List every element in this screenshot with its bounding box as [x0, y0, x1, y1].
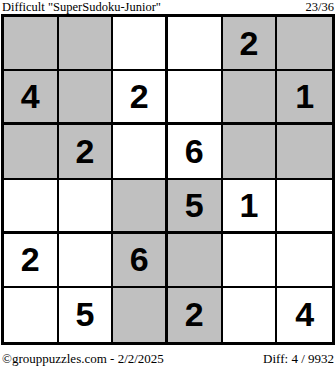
cell-r1c1[interactable] — [4, 17, 59, 71]
cell-r6c2[interactable]: 5 — [59, 288, 114, 342]
cell-r1c6[interactable] — [277, 17, 332, 71]
cell-r5c1[interactable]: 2 — [4, 234, 59, 288]
cell-r4c2[interactable] — [59, 180, 114, 234]
cell-r4c6[interactable] — [277, 180, 332, 234]
cell-r5c2[interactable] — [59, 234, 114, 288]
cell-r2c1[interactable]: 4 — [4, 71, 59, 125]
cell-r4c4[interactable]: 5 — [168, 180, 223, 234]
cell-r6c3[interactable] — [113, 288, 168, 342]
cell-r2c3[interactable]: 2 — [113, 71, 168, 125]
cell-r1c2[interactable] — [59, 17, 114, 71]
header: Difficult "SuperSudoku-Junior" 23/36 — [0, 0, 336, 14]
cell-r2c2[interactable] — [59, 71, 114, 125]
sudoku-grid: 2421265126524 — [1, 14, 335, 345]
cell-r3c2[interactable]: 2 — [59, 125, 114, 179]
given-count: 23/36 — [306, 1, 334, 14]
cell-r3c3[interactable] — [113, 125, 168, 179]
cell-r6c4[interactable]: 2 — [168, 288, 223, 342]
cell-r4c3[interactable] — [113, 180, 168, 234]
page-title: Difficult "SuperSudoku-Junior" — [2, 1, 161, 14]
difficulty-text: Diff: 4 / 9932 — [263, 352, 334, 366]
cell-r5c4[interactable] — [168, 234, 223, 288]
cell-r6c6[interactable]: 4 — [277, 288, 332, 342]
cell-r1c4[interactable] — [168, 17, 223, 71]
cell-r4c1[interactable] — [4, 180, 59, 234]
cell-r5c5[interactable] — [223, 234, 278, 288]
cell-r6c1[interactable] — [4, 288, 59, 342]
cell-r5c3[interactable]: 6 — [113, 234, 168, 288]
cell-r3c1[interactable] — [4, 125, 59, 179]
cell-r4c5[interactable]: 1 — [223, 180, 278, 234]
cell-r3c5[interactable] — [223, 125, 278, 179]
cell-r6c5[interactable] — [223, 288, 278, 342]
cell-r3c4[interactable]: 6 — [168, 125, 223, 179]
cell-r2c5[interactable] — [223, 71, 278, 125]
cell-r1c3[interactable] — [113, 17, 168, 71]
footer: ©grouppuzzles.com - 2/2/2025 Diff: 4 / 9… — [0, 345, 336, 366]
cell-r2c4[interactable] — [168, 71, 223, 125]
copyright-text: ©grouppuzzles.com - 2/2/2025 — [2, 352, 164, 366]
cell-r1c5[interactable]: 2 — [223, 17, 278, 71]
cell-r5c6[interactable] — [277, 234, 332, 288]
cell-r2c6[interactable]: 1 — [277, 71, 332, 125]
cell-r3c6[interactable] — [277, 125, 332, 179]
